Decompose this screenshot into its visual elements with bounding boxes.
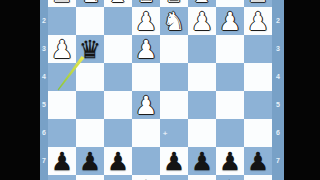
- square-d3[interactable]: [160, 35, 188, 63]
- square-c3[interactable]: [188, 35, 216, 63]
- square-d8[interactable]: [160, 175, 188, 180]
- rank-labels-right: 234567: [272, 0, 284, 180]
- rank-label-left-3: 3: [40, 45, 48, 53]
- square-d1[interactable]: ♛: [160, 0, 188, 7]
- rank-label-right-7: 7: [272, 157, 284, 165]
- rank-label-left-4: 4: [40, 73, 48, 81]
- square-c2[interactable]: ♟: [188, 7, 216, 35]
- square-g4[interactable]: [76, 63, 104, 91]
- rank-label-right-4: 4: [272, 73, 284, 81]
- square-g7[interactable]: ♟: [76, 147, 104, 175]
- white-queen-d1: ♛: [160, 0, 188, 7]
- black-bishop-c8: ♝: [188, 175, 216, 180]
- square-b2[interactable]: ♟: [216, 7, 244, 35]
- square-b5[interactable]: [216, 91, 244, 119]
- white-rook-h1: ♜: [48, 0, 76, 7]
- square-e5[interactable]: ♟: [132, 91, 160, 119]
- square-c8[interactable]: ♝: [188, 175, 216, 180]
- square-c6[interactable]: [188, 119, 216, 147]
- black-pawn-c7: ♟: [188, 147, 216, 175]
- square-f1[interactable]: ♝: [104, 0, 132, 7]
- square-a8[interactable]: ♜: [244, 175, 272, 180]
- square-d2[interactable]: ♞: [160, 7, 188, 35]
- black-pawn-f7: ♟: [104, 147, 132, 175]
- square-f6[interactable]: [104, 119, 132, 147]
- white-pawn-a2: ♟: [244, 7, 272, 35]
- square-a7[interactable]: ♟: [244, 147, 272, 175]
- white-knight-g1: ♞: [76, 0, 104, 7]
- square-f8[interactable]: ♝: [104, 175, 132, 180]
- rank-label-right-2: 2: [272, 17, 284, 25]
- white-rook-a1: ♜: [244, 0, 272, 7]
- square-f4[interactable]: [104, 63, 132, 91]
- black-king-e8: ♚: [132, 175, 160, 180]
- square-e2[interactable]: ♟: [132, 7, 160, 35]
- square-a1[interactable]: ♜: [244, 0, 272, 7]
- black-pawn-d7: ♟: [160, 147, 188, 175]
- square-b4[interactable]: [216, 63, 244, 91]
- white-pawn-e2: ♟: [132, 7, 160, 35]
- white-pawn-e3: ♟: [132, 35, 160, 63]
- rank-label-right-3: 3: [272, 45, 284, 53]
- square-e8[interactable]: ♚: [132, 175, 160, 180]
- white-pawn-e5: ♟: [132, 91, 160, 119]
- rank-label-left-2: 2: [40, 17, 48, 25]
- white-bishop-f1: ♝: [104, 0, 132, 7]
- square-e3[interactable]: ♟: [132, 35, 160, 63]
- rank-label-right-6: 6: [272, 129, 284, 137]
- black-pawn-b7: ♟: [216, 147, 244, 175]
- black-rook-a8: ♜: [244, 175, 272, 180]
- square-b3[interactable]: [216, 35, 244, 63]
- rank-labels-left: 234567: [40, 0, 48, 180]
- square-h7[interactable]: ♟: [48, 147, 76, 175]
- white-knight-d2: ♞: [160, 7, 188, 35]
- chess-board: ♜♞♝♚♛♝♜♟♞♟♟♟♟♛♟♟♟♟♟♟♟♟♟♜♝♚♝♞♜: [48, 0, 272, 180]
- rank-label-left-5: 5: [40, 101, 48, 109]
- rank-label-left-6: 6: [40, 129, 48, 137]
- square-a4[interactable]: [244, 63, 272, 91]
- square-h1[interactable]: ♜: [48, 0, 76, 7]
- white-pawn-b2: ♟: [216, 7, 244, 35]
- square-a6[interactable]: [244, 119, 272, 147]
- letterbox-right: [284, 0, 320, 180]
- square-b6[interactable]: [216, 119, 244, 147]
- square-f3[interactable]: [104, 35, 132, 63]
- chess-video-frame: 234567 234567 ♜♞♝♚♛♝♜♟♞♟♟♟♟♛♟♟♟♟♟♟♟♟♟♜♝♚…: [0, 0, 320, 180]
- rank-label-left-7: 7: [40, 157, 48, 165]
- rank-label-right-5: 5: [272, 101, 284, 109]
- square-c1[interactable]: ♝: [188, 0, 216, 7]
- square-g2[interactable]: [76, 7, 104, 35]
- square-h3[interactable]: ♟: [48, 35, 76, 63]
- white-king-e1: ♚: [132, 0, 160, 7]
- square-f2[interactable]: [104, 7, 132, 35]
- square-g3[interactable]: ♛: [76, 35, 104, 63]
- square-a3[interactable]: [244, 35, 272, 63]
- square-g6[interactable]: [76, 119, 104, 147]
- square-e7[interactable]: [132, 147, 160, 175]
- white-bishop-c1: ♝: [188, 0, 216, 7]
- square-c5[interactable]: [188, 91, 216, 119]
- square-b7[interactable]: ♟: [216, 147, 244, 175]
- square-c4[interactable]: [188, 63, 216, 91]
- square-a5[interactable]: [244, 91, 272, 119]
- square-a2[interactable]: ♟: [244, 7, 272, 35]
- square-d4[interactable]: [160, 63, 188, 91]
- black-pawn-h7: ♟: [48, 147, 76, 175]
- square-g1[interactable]: ♞: [76, 0, 104, 7]
- black-pawn-g7: ♟: [76, 147, 104, 175]
- square-d7[interactable]: ♟: [160, 147, 188, 175]
- square-b8[interactable]: ♞: [216, 175, 244, 180]
- square-f7[interactable]: ♟: [104, 147, 132, 175]
- square-b1[interactable]: [216, 0, 244, 7]
- square-h2[interactable]: [48, 7, 76, 35]
- black-knight-b8: ♞: [216, 175, 244, 180]
- black-pawn-a7: ♟: [244, 147, 272, 175]
- square-e6[interactable]: [132, 119, 160, 147]
- square-h4[interactable]: [48, 63, 76, 91]
- square-d5[interactable]: [160, 91, 188, 119]
- square-g5[interactable]: [76, 91, 104, 119]
- square-h5[interactable]: [48, 91, 76, 119]
- black-rook-h8: ♜: [48, 175, 76, 180]
- square-g8[interactable]: [76, 175, 104, 180]
- square-h8[interactable]: ♜: [48, 175, 76, 180]
- square-d6[interactable]: [160, 119, 188, 147]
- white-pawn-c2: ♟: [188, 7, 216, 35]
- square-e4[interactable]: [132, 63, 160, 91]
- black-bishop-f8: ♝: [104, 175, 132, 180]
- square-f5[interactable]: [104, 91, 132, 119]
- white-pawn-h3: ♟: [48, 35, 76, 63]
- letterbox-left: [0, 0, 40, 180]
- square-c7[interactable]: ♟: [188, 147, 216, 175]
- square-e1[interactable]: ♚: [132, 0, 160, 7]
- square-h6[interactable]: [48, 119, 76, 147]
- black-queen-g3: ♛: [76, 35, 104, 63]
